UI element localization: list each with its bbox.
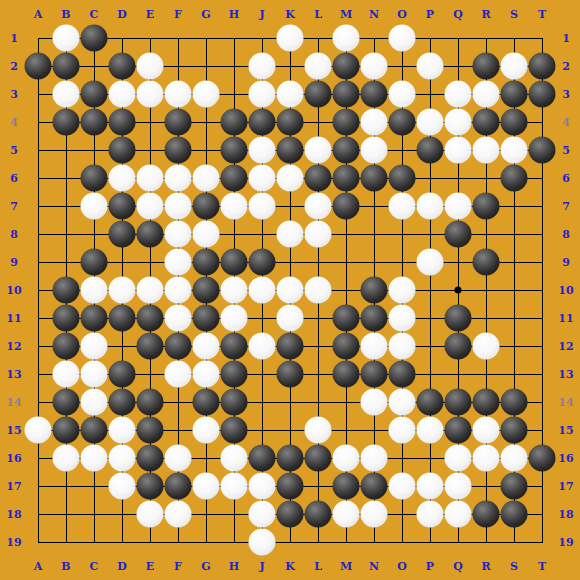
black-stone-F17 (165, 473, 192, 500)
black-stone-R18 (473, 501, 500, 528)
col-label-top-F: F (174, 8, 182, 21)
white-stone-M1 (333, 25, 360, 52)
white-stone-K10 (277, 277, 304, 304)
white-stone-R15 (473, 417, 500, 444)
black-stone-B14 (53, 389, 80, 416)
col-label-bottom-S: S (510, 560, 518, 573)
white-stone-F13 (165, 361, 192, 388)
black-stone-T16 (529, 445, 556, 472)
black-stone-N3 (361, 81, 388, 108)
white-stone-Q5 (445, 137, 472, 164)
row-label-right-13: 13 (558, 368, 573, 381)
black-stone-R9 (473, 249, 500, 276)
black-stone-H6 (221, 165, 248, 192)
white-stone-F9 (165, 249, 192, 276)
black-stone-M2 (333, 53, 360, 80)
col-label-top-K: K (285, 8, 295, 21)
black-stone-H9 (221, 249, 248, 276)
col-label-top-Q: Q (453, 8, 463, 21)
white-stone-S2 (501, 53, 528, 80)
black-stone-E15 (137, 417, 164, 444)
white-stone-Q18 (445, 501, 472, 528)
white-stone-J17 (249, 473, 276, 500)
black-stone-K16 (277, 445, 304, 472)
white-stone-E18 (137, 501, 164, 528)
white-stone-D17 (109, 473, 136, 500)
white-stone-N16 (361, 445, 388, 472)
white-stone-L2 (305, 53, 332, 80)
white-stone-M18 (333, 501, 360, 528)
row-label-right-2: 2 (562, 60, 570, 73)
row-label-right-12: 12 (558, 340, 573, 353)
black-stone-B11 (53, 305, 80, 332)
black-stone-M11 (333, 305, 360, 332)
white-stone-Q17 (445, 473, 472, 500)
row-label-left-16: 16 (6, 452, 21, 465)
white-stone-Q16 (445, 445, 472, 472)
black-stone-H13 (221, 361, 248, 388)
black-stone-R2 (473, 53, 500, 80)
row-label-left-2: 2 (10, 60, 18, 73)
col-label-top-J: J (259, 8, 264, 21)
black-stone-N10 (361, 277, 388, 304)
white-stone-F16 (165, 445, 192, 472)
black-stone-C1 (81, 25, 108, 52)
col-label-bottom-L: L (314, 560, 322, 573)
white-stone-B1 (53, 25, 80, 52)
black-stone-T5 (529, 137, 556, 164)
col-label-top-L: L (314, 8, 322, 21)
white-stone-R16 (473, 445, 500, 472)
row-label-right-11: 11 (558, 312, 573, 325)
row-label-left-17: 17 (6, 480, 21, 493)
white-stone-O14 (389, 389, 416, 416)
row-label-left-12: 12 (6, 340, 21, 353)
white-stone-O17 (389, 473, 416, 500)
white-stone-D15 (109, 417, 136, 444)
row-label-left-4: 4 (10, 116, 18, 129)
white-stone-E2 (137, 53, 164, 80)
white-stone-E6 (137, 165, 164, 192)
row-label-left-3: 3 (10, 88, 18, 101)
black-stone-Q11 (445, 305, 472, 332)
row-label-right-9: 9 (562, 256, 570, 269)
black-stone-S14 (501, 389, 528, 416)
black-stone-E17 (137, 473, 164, 500)
col-label-bottom-J: J (259, 560, 264, 573)
black-stone-E12 (137, 333, 164, 360)
white-stone-F7 (165, 193, 192, 220)
black-stone-D13 (109, 361, 136, 388)
row-label-right-7: 7 (562, 200, 570, 213)
col-label-bottom-P: P (426, 560, 434, 573)
white-stone-J5 (249, 137, 276, 164)
white-stone-K6 (277, 165, 304, 192)
col-label-bottom-R: R (481, 560, 490, 573)
black-stone-F12 (165, 333, 192, 360)
black-stone-G10 (193, 277, 220, 304)
white-stone-S5 (501, 137, 528, 164)
white-stone-B16 (53, 445, 80, 472)
white-stone-C16 (81, 445, 108, 472)
col-label-bottom-H: H (229, 560, 239, 573)
row-label-right-16: 16 (558, 452, 573, 465)
row-label-right-15: 15 (558, 424, 573, 437)
black-stone-R14 (473, 389, 500, 416)
black-stone-T3 (529, 81, 556, 108)
row-label-right-17: 17 (558, 480, 573, 493)
white-stone-N18 (361, 501, 388, 528)
black-stone-C11 (81, 305, 108, 332)
black-stone-M6 (333, 165, 360, 192)
black-stone-H14 (221, 389, 248, 416)
black-stone-D5 (109, 137, 136, 164)
black-stone-D7 (109, 193, 136, 220)
white-stone-G13 (193, 361, 220, 388)
black-stone-S15 (501, 417, 528, 444)
black-stone-E16 (137, 445, 164, 472)
row-label-left-9: 9 (10, 256, 18, 269)
black-stone-M3 (333, 81, 360, 108)
black-stone-A2 (25, 53, 52, 80)
black-stone-N11 (361, 305, 388, 332)
white-stone-G6 (193, 165, 220, 192)
black-stone-D14 (109, 389, 136, 416)
white-stone-N12 (361, 333, 388, 360)
black-stone-C3 (81, 81, 108, 108)
black-stone-M4 (333, 109, 360, 136)
black-stone-B4 (53, 109, 80, 136)
black-stone-O13 (389, 361, 416, 388)
black-stone-B10 (53, 277, 80, 304)
white-stone-E10 (137, 277, 164, 304)
black-stone-S18 (501, 501, 528, 528)
col-label-bottom-B: B (61, 560, 70, 573)
white-stone-E7 (137, 193, 164, 220)
black-stone-K13 (277, 361, 304, 388)
row-label-right-14: 14 (558, 396, 573, 409)
white-stone-Q7 (445, 193, 472, 220)
black-stone-K4 (277, 109, 304, 136)
white-stone-O3 (389, 81, 416, 108)
black-stone-L16 (305, 445, 332, 472)
black-stone-O6 (389, 165, 416, 192)
black-stone-G9 (193, 249, 220, 276)
black-stone-D4 (109, 109, 136, 136)
row-label-left-1: 1 (10, 32, 18, 45)
white-stone-J2 (249, 53, 276, 80)
black-stone-Q15 (445, 417, 472, 444)
black-stone-J16 (249, 445, 276, 472)
go-board[interactable]: AABBCCDDEEFFGGHHJJKKLLMMNNOOPPQQRRSSTT11… (0, 0, 580, 580)
row-label-right-6: 6 (562, 172, 570, 185)
black-stone-S4 (501, 109, 528, 136)
row-label-right-18: 18 (558, 508, 573, 521)
black-stone-P5 (417, 137, 444, 164)
row-label-right-3: 3 (562, 88, 570, 101)
black-stone-M17 (333, 473, 360, 500)
white-stone-R12 (473, 333, 500, 360)
col-label-top-B: B (61, 8, 70, 21)
white-stone-K1 (277, 25, 304, 52)
black-stone-K17 (277, 473, 304, 500)
black-stone-H12 (221, 333, 248, 360)
col-label-top-N: N (369, 8, 379, 21)
white-stone-G15 (193, 417, 220, 444)
black-stone-G11 (193, 305, 220, 332)
white-stone-P4 (417, 109, 444, 136)
col-label-top-R: R (481, 8, 490, 21)
col-label-bottom-Q: Q (453, 560, 463, 573)
white-stone-K8 (277, 221, 304, 248)
col-label-top-H: H (229, 8, 239, 21)
white-stone-P17 (417, 473, 444, 500)
white-stone-J19 (249, 529, 276, 556)
white-stone-L8 (305, 221, 332, 248)
black-stone-G14 (193, 389, 220, 416)
col-label-top-M: M (340, 8, 352, 21)
white-stone-S16 (501, 445, 528, 472)
col-label-top-O: O (397, 8, 407, 21)
white-stone-F10 (165, 277, 192, 304)
black-stone-S17 (501, 473, 528, 500)
white-stone-G3 (193, 81, 220, 108)
row-label-right-19: 19 (558, 536, 573, 549)
white-stone-D3 (109, 81, 136, 108)
white-stone-B3 (53, 81, 80, 108)
col-label-top-S: S (510, 8, 518, 21)
black-stone-N13 (361, 361, 388, 388)
white-stone-J6 (249, 165, 276, 192)
white-stone-O12 (389, 333, 416, 360)
black-stone-E14 (137, 389, 164, 416)
black-stone-Q14 (445, 389, 472, 416)
black-stone-L3 (305, 81, 332, 108)
black-stone-H15 (221, 417, 248, 444)
black-stone-J9 (249, 249, 276, 276)
white-stone-J3 (249, 81, 276, 108)
white-stone-C10 (81, 277, 108, 304)
black-stone-B12 (53, 333, 80, 360)
white-stone-J7 (249, 193, 276, 220)
col-label-bottom-A: A (34, 560, 43, 573)
white-stone-G12 (193, 333, 220, 360)
white-stone-Q3 (445, 81, 472, 108)
black-stone-S6 (501, 165, 528, 192)
white-stone-O10 (389, 277, 416, 304)
white-stone-L5 (305, 137, 332, 164)
white-stone-N2 (361, 53, 388, 80)
white-stone-H11 (221, 305, 248, 332)
col-label-top-C: C (90, 8, 99, 21)
black-stone-K18 (277, 501, 304, 528)
white-stone-L10 (305, 277, 332, 304)
black-stone-L18 (305, 501, 332, 528)
black-stone-M5 (333, 137, 360, 164)
white-stone-P9 (417, 249, 444, 276)
grid-hline (38, 542, 543, 543)
black-stone-C9 (81, 249, 108, 276)
black-stone-F5 (165, 137, 192, 164)
white-stone-L15 (305, 417, 332, 444)
row-label-left-19: 19 (6, 536, 21, 549)
black-stone-O4 (389, 109, 416, 136)
black-stone-L6 (305, 165, 332, 192)
row-label-right-10: 10 (558, 284, 573, 297)
white-stone-O11 (389, 305, 416, 332)
row-label-right-4: 4 (562, 116, 570, 129)
black-stone-N17 (361, 473, 388, 500)
black-stone-D8 (109, 221, 136, 248)
white-stone-E3 (137, 81, 164, 108)
col-label-top-G: G (201, 8, 210, 21)
white-stone-B13 (53, 361, 80, 388)
row-label-left-15: 15 (6, 424, 21, 437)
col-label-top-E: E (146, 8, 154, 21)
black-stone-K12 (277, 333, 304, 360)
white-stone-N4 (361, 109, 388, 136)
black-stone-M7 (333, 193, 360, 220)
white-stone-L7 (305, 193, 332, 220)
row-label-left-7: 7 (10, 200, 18, 213)
black-stone-D11 (109, 305, 136, 332)
white-stone-F8 (165, 221, 192, 248)
white-stone-Q4 (445, 109, 472, 136)
white-stone-C14 (81, 389, 108, 416)
white-stone-K11 (277, 305, 304, 332)
white-stone-F3 (165, 81, 192, 108)
col-label-bottom-K: K (285, 560, 295, 573)
col-label-bottom-C: C (90, 560, 99, 573)
white-stone-F18 (165, 501, 192, 528)
white-stone-P7 (417, 193, 444, 220)
black-stone-K5 (277, 137, 304, 164)
star-point-Q10 (455, 287, 462, 294)
black-stone-R7 (473, 193, 500, 220)
white-stone-G8 (193, 221, 220, 248)
white-stone-H16 (221, 445, 248, 472)
black-stone-C4 (81, 109, 108, 136)
black-stone-Q8 (445, 221, 472, 248)
white-stone-G17 (193, 473, 220, 500)
black-stone-E11 (137, 305, 164, 332)
white-stone-O15 (389, 417, 416, 444)
white-stone-F6 (165, 165, 192, 192)
black-stone-M13 (333, 361, 360, 388)
white-stone-O1 (389, 25, 416, 52)
col-label-top-D: D (117, 8, 127, 21)
white-stone-N5 (361, 137, 388, 164)
white-stone-J12 (249, 333, 276, 360)
col-label-top-T: T (538, 8, 546, 21)
row-label-right-8: 8 (562, 228, 570, 241)
white-stone-P18 (417, 501, 444, 528)
col-label-top-P: P (426, 8, 434, 21)
col-label-bottom-G: G (201, 560, 210, 573)
white-stone-H7 (221, 193, 248, 220)
black-stone-D2 (109, 53, 136, 80)
row-label-left-6: 6 (10, 172, 18, 185)
black-stone-R4 (473, 109, 500, 136)
black-stone-H5 (221, 137, 248, 164)
white-stone-H10 (221, 277, 248, 304)
row-label-left-8: 8 (10, 228, 18, 241)
white-stone-O7 (389, 193, 416, 220)
white-stone-P2 (417, 53, 444, 80)
white-stone-J18 (249, 501, 276, 528)
row-label-left-13: 13 (6, 368, 21, 381)
col-label-bottom-F: F (174, 560, 182, 573)
black-stone-Q12 (445, 333, 472, 360)
black-stone-S3 (501, 81, 528, 108)
col-label-bottom-N: N (369, 560, 379, 573)
white-stone-J10 (249, 277, 276, 304)
black-stone-F4 (165, 109, 192, 136)
black-stone-M12 (333, 333, 360, 360)
white-stone-N14 (361, 389, 388, 416)
white-stone-C13 (81, 361, 108, 388)
black-stone-B15 (53, 417, 80, 444)
col-label-bottom-O: O (397, 560, 407, 573)
white-stone-C12 (81, 333, 108, 360)
row-label-right-1: 1 (562, 32, 570, 45)
white-stone-P15 (417, 417, 444, 444)
row-label-left-10: 10 (6, 284, 21, 297)
white-stone-M16 (333, 445, 360, 472)
white-stone-D10 (109, 277, 136, 304)
white-stone-R5 (473, 137, 500, 164)
black-stone-N6 (361, 165, 388, 192)
black-stone-C15 (81, 417, 108, 444)
black-stone-C6 (81, 165, 108, 192)
black-stone-E8 (137, 221, 164, 248)
row-label-left-5: 5 (10, 144, 18, 157)
black-stone-G7 (193, 193, 220, 220)
white-stone-R3 (473, 81, 500, 108)
black-stone-T2 (529, 53, 556, 80)
row-label-left-11: 11 (6, 312, 21, 325)
col-label-bottom-D: D (117, 560, 127, 573)
col-label-bottom-T: T (538, 560, 546, 573)
row-label-left-18: 18 (6, 508, 21, 521)
col-label-bottom-M: M (340, 560, 352, 573)
white-stone-F11 (165, 305, 192, 332)
black-stone-B2 (53, 53, 80, 80)
black-stone-H4 (221, 109, 248, 136)
white-stone-C7 (81, 193, 108, 220)
row-label-right-5: 5 (562, 144, 570, 157)
white-stone-A15 (25, 417, 52, 444)
white-stone-K3 (277, 81, 304, 108)
row-label-left-14: 14 (6, 396, 21, 409)
col-label-bottom-E: E (146, 560, 154, 573)
black-stone-J4 (249, 109, 276, 136)
col-label-top-A: A (34, 8, 43, 21)
white-stone-D6 (109, 165, 136, 192)
white-stone-D16 (109, 445, 136, 472)
black-stone-P14 (417, 389, 444, 416)
white-stone-H17 (221, 473, 248, 500)
